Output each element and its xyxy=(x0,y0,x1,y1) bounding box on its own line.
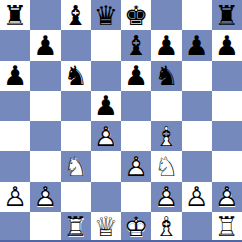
white-pawn-piece: ♟♙ xyxy=(151,182,181,212)
black-pawn-piece: ♟ xyxy=(91,91,121,121)
square-b5[interactable] xyxy=(30,91,60,121)
black-rook-piece: ♜ xyxy=(212,0,242,30)
white-knight-piece: ♞♘ xyxy=(61,151,91,181)
black-king-piece: ♚ xyxy=(121,0,151,30)
square-b3[interactable] xyxy=(30,151,60,181)
square-g1[interactable] xyxy=(182,212,212,242)
black-knight-piece: ♞ xyxy=(151,61,181,91)
square-f5[interactable] xyxy=(151,91,181,121)
square-b2[interactable]: ♟♙ xyxy=(30,182,60,212)
square-d3[interactable] xyxy=(91,151,121,181)
square-e6[interactable]: ♟ xyxy=(121,61,151,91)
square-e7[interactable]: ♝ xyxy=(121,30,151,60)
white-pawn-piece: ♟♙ xyxy=(182,182,212,212)
square-h5[interactable] xyxy=(212,91,242,121)
square-g6[interactable] xyxy=(182,61,212,91)
white-pawn-piece: ♟♙ xyxy=(91,121,121,151)
square-b8[interactable] xyxy=(30,0,60,30)
square-c3[interactable]: ♞♘ xyxy=(61,151,91,181)
square-c1[interactable]: ♜♖ xyxy=(61,212,91,242)
square-b1[interactable] xyxy=(30,212,60,242)
square-a5[interactable] xyxy=(0,91,30,121)
black-pawn-piece: ♟ xyxy=(30,30,60,60)
square-h3[interactable] xyxy=(212,151,242,181)
white-rook-piece: ♜♖ xyxy=(61,212,91,242)
square-e2[interactable] xyxy=(121,182,151,212)
square-h6[interactable] xyxy=(212,61,242,91)
square-e5[interactable] xyxy=(121,91,151,121)
square-f4[interactable]: ♝♗ xyxy=(151,121,181,151)
white-pawn-piece: ♟♙ xyxy=(30,182,60,212)
square-g3[interactable] xyxy=(182,151,212,181)
chess-board: ♜♝♛♚♜♟♝♟♟♟♟♞♟♞♟♟♙♝♗♞♘♟♙♞♘♟♙♟♙♟♙♟♙♟♙♜♖♛♕♚… xyxy=(0,0,242,242)
black-queen-piece: ♛ xyxy=(91,0,121,30)
black-pawn-piece: ♟ xyxy=(182,30,212,60)
square-e3[interactable]: ♟♙ xyxy=(121,151,151,181)
square-b6[interactable] xyxy=(30,61,60,91)
white-rook-piece: ♜♖ xyxy=(212,212,242,242)
square-c8[interactable]: ♝ xyxy=(61,0,91,30)
white-bishop-piece: ♝♗ xyxy=(151,212,181,242)
square-g2[interactable]: ♟♙ xyxy=(182,182,212,212)
square-a1[interactable] xyxy=(0,212,30,242)
square-a4[interactable] xyxy=(0,121,30,151)
square-h2[interactable]: ♟♙ xyxy=(212,182,242,212)
square-f1[interactable]: ♝♗ xyxy=(151,212,181,242)
chess-app: ♜♝♛♚♜♟♝♟♟♟♟♞♟♞♟♟♙♝♗♞♘♟♙♞♘♟♙♟♙♟♙♟♙♟♙♜♖♛♕♚… xyxy=(0,0,242,242)
black-pawn-piece: ♟ xyxy=(151,30,181,60)
square-b4[interactable] xyxy=(30,121,60,151)
square-a7[interactable] xyxy=(0,30,30,60)
white-knight-piece: ♞♘ xyxy=(151,151,181,181)
square-g5[interactable] xyxy=(182,91,212,121)
square-f3[interactable]: ♞♘ xyxy=(151,151,181,181)
square-e1[interactable]: ♚♔ xyxy=(121,212,151,242)
white-pawn-piece: ♟♙ xyxy=(212,182,242,212)
square-a6[interactable]: ♟ xyxy=(0,61,30,91)
square-c4[interactable] xyxy=(61,121,91,151)
black-rook-piece: ♜ xyxy=(0,0,30,30)
black-pawn-piece: ♟ xyxy=(121,61,151,91)
black-bishop-piece: ♝ xyxy=(61,0,91,30)
square-f6[interactable]: ♞ xyxy=(151,61,181,91)
square-f2[interactable]: ♟♙ xyxy=(151,182,181,212)
square-c6[interactable]: ♞ xyxy=(61,61,91,91)
square-a8[interactable]: ♜ xyxy=(0,0,30,30)
square-d1[interactable]: ♛♕ xyxy=(91,212,121,242)
black-pawn-piece: ♟ xyxy=(212,30,242,60)
square-c5[interactable] xyxy=(61,91,91,121)
square-h8[interactable]: ♜ xyxy=(212,0,242,30)
square-d6[interactable] xyxy=(91,61,121,91)
white-pawn-piece: ♟♙ xyxy=(121,151,151,181)
white-bishop-piece: ♝♗ xyxy=(151,121,181,151)
square-b7[interactable]: ♟ xyxy=(30,30,60,60)
square-a3[interactable] xyxy=(0,151,30,181)
square-h4[interactable] xyxy=(212,121,242,151)
white-king-piece: ♚♔ xyxy=(121,212,151,242)
white-pawn-piece: ♟♙ xyxy=(0,182,30,212)
square-e4[interactable] xyxy=(121,121,151,151)
square-g8[interactable] xyxy=(182,0,212,30)
square-d5[interactable]: ♟ xyxy=(91,91,121,121)
square-f7[interactable]: ♟ xyxy=(151,30,181,60)
square-h1[interactable]: ♜♖ xyxy=(212,212,242,242)
square-c2[interactable] xyxy=(61,182,91,212)
square-h7[interactable]: ♟ xyxy=(212,30,242,60)
square-d8[interactable]: ♛ xyxy=(91,0,121,30)
black-pawn-piece: ♟ xyxy=(0,61,30,91)
square-g7[interactable]: ♟ xyxy=(182,30,212,60)
black-knight-piece: ♞ xyxy=(61,61,91,91)
square-e8[interactable]: ♚ xyxy=(121,0,151,30)
square-a2[interactable]: ♟♙ xyxy=(0,182,30,212)
black-bishop-piece: ♝ xyxy=(121,30,151,60)
square-g4[interactable] xyxy=(182,121,212,151)
white-queen-piece: ♛♕ xyxy=(91,212,121,242)
square-d4[interactable]: ♟♙ xyxy=(91,121,121,151)
square-d2[interactable] xyxy=(91,182,121,212)
square-c7[interactable] xyxy=(61,30,91,60)
square-f8[interactable] xyxy=(151,0,181,30)
square-d7[interactable] xyxy=(91,30,121,60)
